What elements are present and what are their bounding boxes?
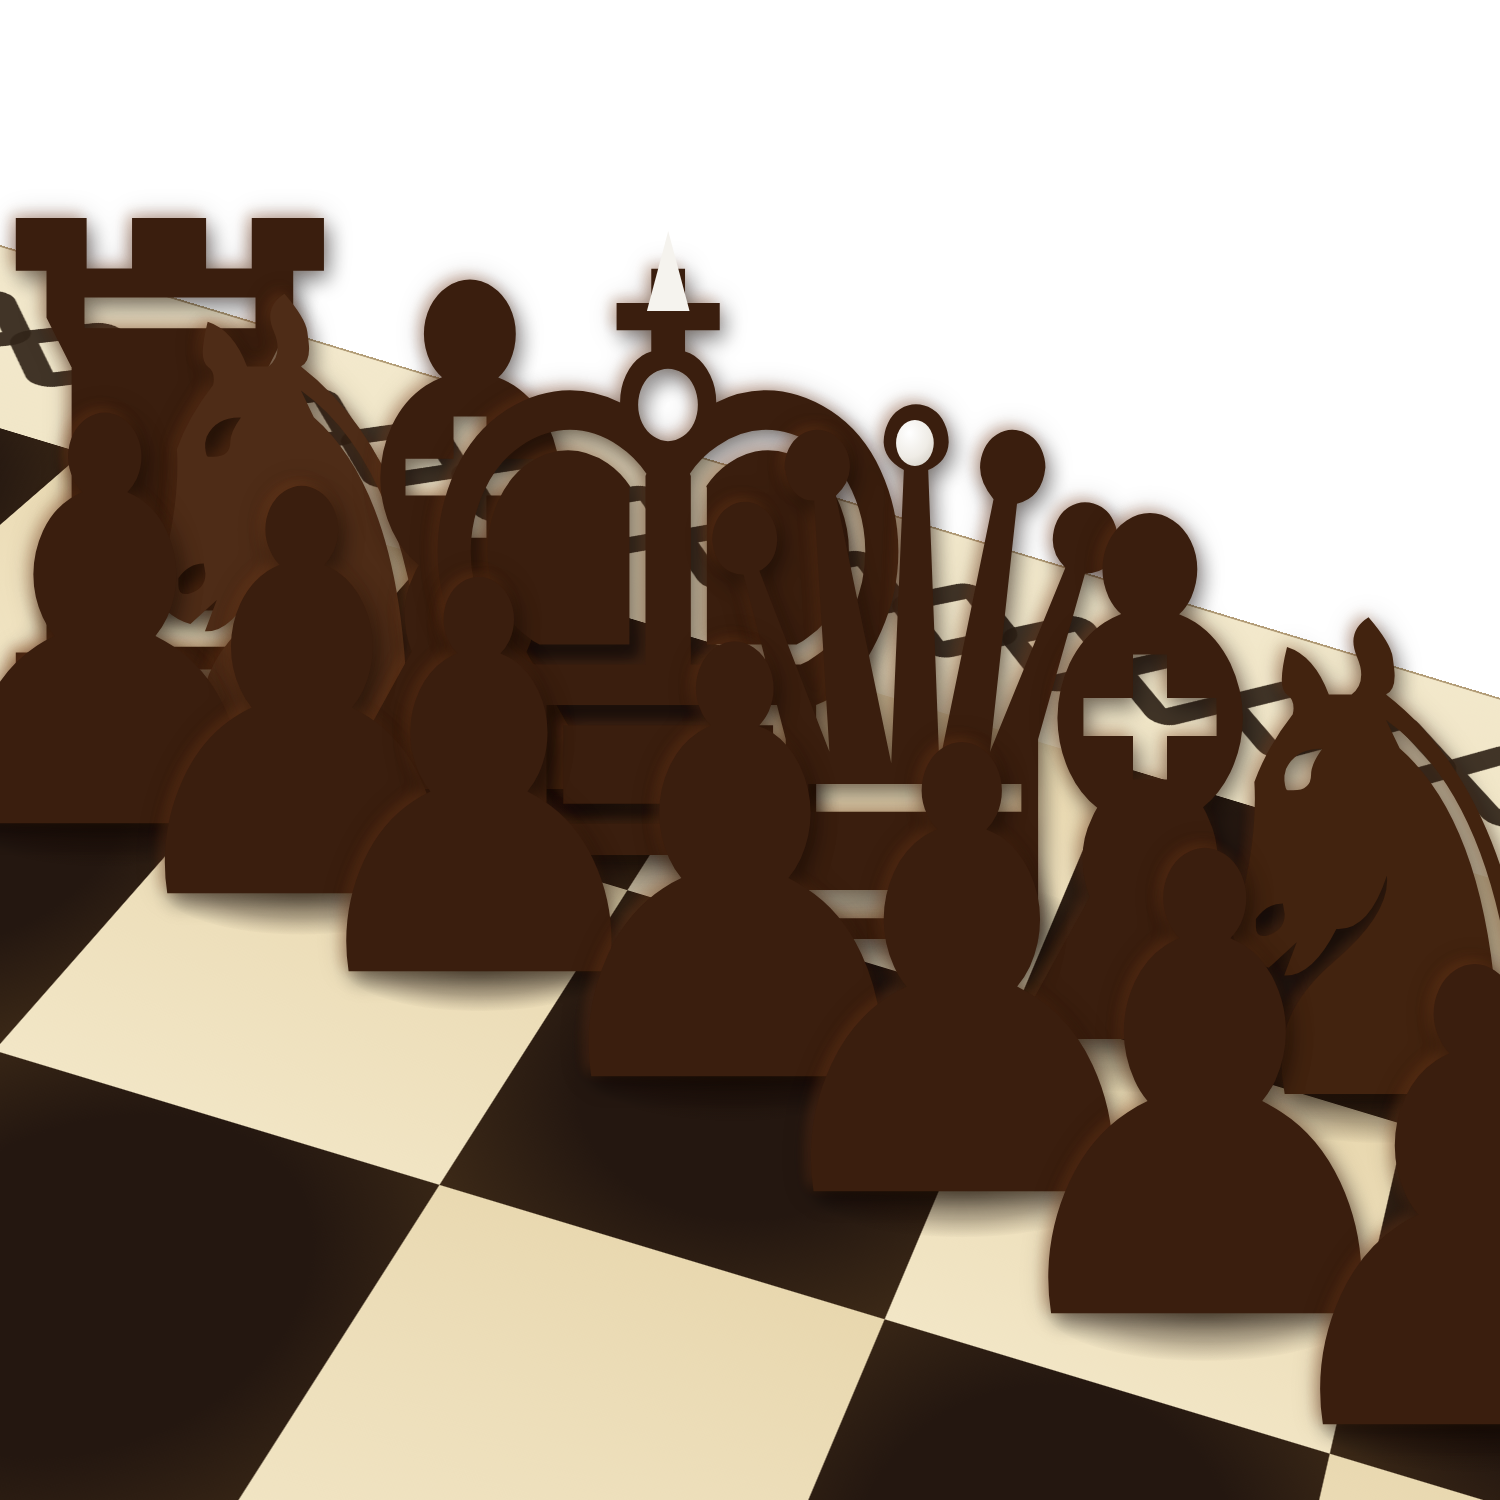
piece-black-pawn: ♟	[1243, 891, 1500, 1500]
photo-stage: ♜♞♝♚♛♝♞♟♟♟♟♟♟♟	[0, 0, 1500, 1500]
pieces-layer: ♜♞♝♚♛♝♞♟♟♟♟♟♟♟	[0, 0, 1500, 1500]
